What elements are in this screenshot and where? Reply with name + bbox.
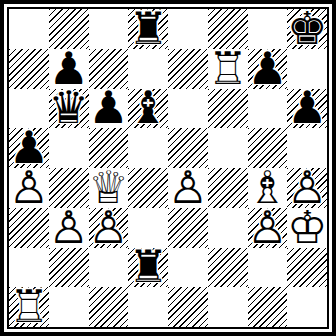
piece-glyph: ♟ bbox=[9, 125, 49, 170]
square-d6[interactable]: ♝♝ bbox=[128, 89, 168, 129]
piece-glyph: ♜ bbox=[128, 244, 168, 289]
piece-glyph: ♕ bbox=[88, 164, 128, 209]
square-e1[interactable] bbox=[168, 287, 208, 327]
square-a7[interactable] bbox=[9, 49, 49, 89]
square-d4[interactable] bbox=[128, 168, 168, 208]
square-g3[interactable]: ♟♙ bbox=[248, 208, 288, 248]
black-queen-b6: ♛♛ bbox=[49, 89, 89, 129]
black-king-h8: ♚♚ bbox=[287, 9, 327, 49]
square-b5[interactable] bbox=[49, 128, 89, 168]
piece-glyph: ♖ bbox=[9, 284, 49, 329]
piece-halo: ♜ bbox=[128, 5, 168, 50]
square-a5[interactable]: ♟♟ bbox=[9, 128, 49, 168]
square-b6[interactable]: ♛♛ bbox=[49, 89, 89, 129]
diagram-frame: ♜♜♚♚♟♟♜♖♟♟♛♛♟♟♝♝♟♟♟♟♟♙♛♕♟♙♝♗♟♙♟♙♟♙♟♙♚♔♜♜… bbox=[0, 0, 336, 336]
square-h6[interactable]: ♟♟ bbox=[287, 89, 327, 129]
white-pawn-c3: ♟♙ bbox=[89, 208, 129, 248]
square-e3[interactable] bbox=[168, 208, 208, 248]
square-a3[interactable] bbox=[9, 208, 49, 248]
black-pawn-b7: ♟♟ bbox=[49, 49, 89, 89]
square-b7[interactable]: ♟♟ bbox=[49, 49, 89, 89]
square-b2[interactable] bbox=[49, 248, 89, 288]
square-g8[interactable] bbox=[248, 9, 288, 49]
piece-halo: ♟ bbox=[168, 164, 208, 209]
square-c8[interactable] bbox=[89, 9, 129, 49]
square-h5[interactable] bbox=[287, 128, 327, 168]
piece-halo: ♟ bbox=[287, 164, 327, 209]
piece-halo: ♟ bbox=[287, 85, 327, 130]
piece-glyph: ♜ bbox=[128, 5, 168, 50]
white-bishop-g4: ♝♗ bbox=[248, 168, 288, 208]
square-h7[interactable] bbox=[287, 49, 327, 89]
piece-halo: ♝ bbox=[247, 164, 287, 209]
square-c5[interactable] bbox=[89, 128, 129, 168]
square-g4[interactable]: ♝♗ bbox=[248, 168, 288, 208]
square-g5[interactable] bbox=[248, 128, 288, 168]
piece-halo: ♟ bbox=[88, 204, 128, 249]
white-pawn-h4: ♟♙ bbox=[287, 168, 327, 208]
square-d2[interactable]: ♜♜ bbox=[128, 248, 168, 288]
piece-halo: ♜ bbox=[9, 284, 49, 329]
piece-halo: ♟ bbox=[9, 164, 49, 209]
diagram-inner-border: ♜♜♚♚♟♟♜♖♟♟♛♛♟♟♝♝♟♟♟♟♟♙♛♕♟♙♝♗♟♙♟♙♟♙♟♙♚♔♜♜… bbox=[7, 7, 329, 329]
square-f7[interactable]: ♜♖ bbox=[208, 49, 248, 89]
black-rook-d8: ♜♜ bbox=[128, 9, 168, 49]
piece-glyph: ♙ bbox=[247, 204, 287, 249]
black-bishop-d6: ♝♝ bbox=[128, 89, 168, 129]
black-pawn-c6: ♟♟ bbox=[89, 89, 129, 129]
white-pawn-e4: ♟♙ bbox=[168, 168, 208, 208]
square-b8[interactable] bbox=[49, 9, 89, 49]
piece-halo: ♟ bbox=[48, 204, 88, 249]
square-c2[interactable] bbox=[89, 248, 129, 288]
square-g1[interactable] bbox=[248, 287, 288, 327]
white-pawn-g3: ♟♙ bbox=[248, 208, 288, 248]
piece-halo: ♜ bbox=[128, 244, 168, 289]
piece-glyph: ♙ bbox=[9, 164, 49, 209]
square-g2[interactable] bbox=[248, 248, 288, 288]
square-d1[interactable] bbox=[128, 287, 168, 327]
piece-glyph: ♟ bbox=[247, 45, 287, 90]
square-d3[interactable] bbox=[128, 208, 168, 248]
piece-glyph: ♙ bbox=[88, 204, 128, 249]
square-g7[interactable]: ♟♟ bbox=[248, 49, 288, 89]
square-b3[interactable]: ♟♙ bbox=[49, 208, 89, 248]
square-a1[interactable]: ♜♖ bbox=[9, 287, 49, 327]
square-f6[interactable] bbox=[208, 89, 248, 129]
piece-glyph: ♟ bbox=[88, 85, 128, 130]
square-e8[interactable] bbox=[168, 9, 208, 49]
square-b1[interactable] bbox=[49, 287, 89, 327]
square-h1[interactable] bbox=[287, 287, 327, 327]
black-rook-d2: ♜♜ bbox=[128, 248, 168, 288]
piece-glyph: ♖ bbox=[207, 45, 247, 90]
square-e2[interactable] bbox=[168, 248, 208, 288]
square-c3[interactable]: ♟♙ bbox=[89, 208, 129, 248]
white-rook-f7: ♜♖ bbox=[208, 49, 248, 89]
piece-glyph: ♝ bbox=[128, 85, 168, 130]
square-h3[interactable]: ♚♔ bbox=[287, 208, 327, 248]
square-d5[interactable] bbox=[128, 128, 168, 168]
square-e5[interactable] bbox=[168, 128, 208, 168]
piece-glyph: ♚ bbox=[287, 5, 327, 50]
black-pawn-a5: ♟♟ bbox=[9, 128, 49, 168]
white-pawn-b3: ♟♙ bbox=[49, 208, 89, 248]
piece-halo: ♟ bbox=[247, 45, 287, 90]
white-queen-c4: ♛♕ bbox=[89, 168, 129, 208]
piece-halo: ♟ bbox=[88, 85, 128, 130]
chess-board: ♜♜♚♚♟♟♜♖♟♟♛♛♟♟♝♝♟♟♟♟♟♙♛♕♟♙♝♗♟♙♟♙♟♙♟♙♚♔♜♜… bbox=[9, 9, 327, 327]
square-c4[interactable]: ♛♕ bbox=[89, 168, 129, 208]
square-f8[interactable] bbox=[208, 9, 248, 49]
square-a8[interactable] bbox=[9, 9, 49, 49]
square-d8[interactable]: ♜♜ bbox=[128, 9, 168, 49]
piece-glyph: ♔ bbox=[287, 204, 327, 249]
square-h4[interactable]: ♟♙ bbox=[287, 168, 327, 208]
piece-halo: ♛ bbox=[88, 164, 128, 209]
piece-glyph: ♙ bbox=[287, 164, 327, 209]
square-b4[interactable] bbox=[49, 168, 89, 208]
square-f3[interactable] bbox=[208, 208, 248, 248]
square-c6[interactable]: ♟♟ bbox=[89, 89, 129, 129]
square-a6[interactable] bbox=[9, 89, 49, 129]
white-rook-a1: ♜♖ bbox=[9, 287, 49, 327]
square-g6[interactable] bbox=[248, 89, 288, 129]
square-d7[interactable] bbox=[128, 49, 168, 89]
piece-halo: ♟ bbox=[9, 125, 49, 170]
square-f4[interactable] bbox=[208, 168, 248, 208]
square-a2[interactable] bbox=[9, 248, 49, 288]
square-c1[interactable] bbox=[89, 287, 129, 327]
piece-halo: ♜ bbox=[207, 45, 247, 90]
piece-glyph: ♟ bbox=[48, 45, 88, 90]
square-h2[interactable] bbox=[287, 248, 327, 288]
piece-halo: ♚ bbox=[287, 204, 327, 249]
piece-halo: ♛ bbox=[48, 85, 88, 130]
piece-glyph: ♟ bbox=[287, 85, 327, 130]
black-pawn-h6: ♟♟ bbox=[287, 89, 327, 129]
square-f2[interactable] bbox=[208, 248, 248, 288]
piece-halo: ♝ bbox=[128, 85, 168, 130]
piece-glyph: ♙ bbox=[168, 164, 208, 209]
piece-halo: ♟ bbox=[48, 45, 88, 90]
piece-glyph: ♛ bbox=[48, 85, 88, 130]
white-king-h3: ♚♔ bbox=[287, 208, 327, 248]
square-h8[interactable]: ♚♚ bbox=[287, 9, 327, 49]
square-f5[interactable] bbox=[208, 128, 248, 168]
black-pawn-g7: ♟♟ bbox=[248, 49, 288, 89]
square-e4[interactable]: ♟♙ bbox=[168, 168, 208, 208]
square-c7[interactable] bbox=[89, 49, 129, 89]
square-e7[interactable] bbox=[168, 49, 208, 89]
square-e6[interactable] bbox=[168, 89, 208, 129]
piece-glyph: ♙ bbox=[48, 204, 88, 249]
white-pawn-a4: ♟♙ bbox=[9, 168, 49, 208]
square-f1[interactable] bbox=[208, 287, 248, 327]
piece-glyph: ♗ bbox=[247, 164, 287, 209]
piece-halo: ♚ bbox=[287, 5, 327, 50]
square-a4[interactable]: ♟♙ bbox=[9, 168, 49, 208]
piece-halo: ♟ bbox=[247, 204, 287, 249]
